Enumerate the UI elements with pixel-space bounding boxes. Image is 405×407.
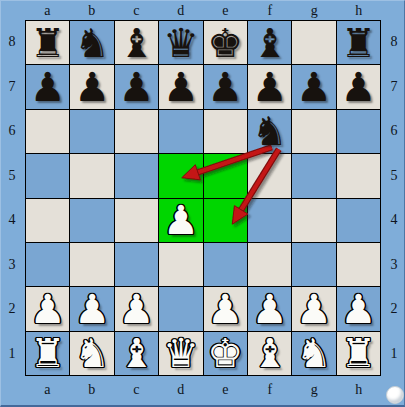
square-d3[interactable] [159, 243, 202, 286]
file-label-e: e [203, 382, 248, 398]
square-e8[interactable]: ♚ [204, 21, 247, 64]
file-label-e: e [203, 3, 248, 19]
piece-white-pawn-a2[interactable]: ♟ [26, 287, 69, 330]
square-f8[interactable]: ♝ [248, 21, 291, 64]
square-f4[interactable] [248, 199, 291, 242]
piece-white-knight-g1[interactable]: ♞ [292, 332, 335, 375]
square-b7[interactable]: ♟ [70, 65, 113, 108]
piece-white-bishop-c1[interactable]: ♝ [115, 332, 158, 375]
rank-label-8: 8 [382, 20, 405, 65]
piece-black-bishop-f8[interactable]: ♝ [248, 21, 291, 64]
square-c4[interactable] [115, 199, 158, 242]
rank-label-3: 3 [1, 243, 23, 288]
piece-white-king-e1[interactable]: ♚ [204, 332, 247, 375]
square-h2[interactable]: ♟ [337, 287, 380, 330]
file-label-h: h [337, 3, 382, 19]
piece-black-pawn-a7[interactable]: ♟ [26, 65, 69, 108]
piece-white-pawn-b2[interactable]: ♟ [70, 287, 113, 330]
piece-black-pawn-f7[interactable]: ♟ [248, 65, 291, 108]
square-d2[interactable] [159, 287, 202, 330]
rank-label-4: 4 [382, 198, 405, 243]
piece-white-rook-h1[interactable]: ♜ [337, 332, 380, 375]
square-f7[interactable]: ♟ [248, 65, 291, 108]
square-c8[interactable]: ♝ [115, 21, 158, 64]
rank-labels-right: 87654321 [382, 20, 405, 376]
rank-label-6: 6 [382, 109, 405, 154]
square-e2[interactable]: ♟ [204, 287, 247, 330]
square-e7[interactable]: ♟ [204, 65, 247, 108]
piece-white-rook-a1[interactable]: ♜ [26, 332, 69, 375]
square-g8[interactable] [292, 21, 335, 64]
square-f3[interactable] [248, 243, 291, 286]
piece-black-pawn-g7[interactable]: ♟ [292, 65, 335, 108]
square-c6[interactable] [115, 110, 158, 153]
square-b6[interactable] [70, 110, 113, 153]
file-label-b: b [70, 382, 115, 398]
square-a8[interactable]: ♜ [26, 21, 69, 64]
rank-label-5: 5 [1, 154, 23, 199]
file-label-d: d [159, 3, 204, 19]
file-label-b: b [70, 3, 115, 19]
square-b5[interactable] [70, 154, 113, 197]
piece-black-rook-a8[interactable]: ♜ [26, 21, 69, 64]
square-d1[interactable]: ♛ [159, 332, 202, 375]
square-g4[interactable] [292, 199, 335, 242]
piece-black-pawn-c7[interactable]: ♟ [115, 65, 158, 108]
square-g2[interactable]: ♟ [292, 287, 335, 330]
piece-black-king-e8[interactable]: ♚ [204, 21, 247, 64]
square-e1[interactable]: ♚ [204, 332, 247, 375]
piece-white-pawn-c2[interactable]: ♟ [115, 287, 158, 330]
rank-label-1: 1 [1, 332, 23, 377]
rank-label-5: 5 [382, 154, 405, 199]
corner-dot-icon [386, 386, 404, 404]
square-a6[interactable] [26, 110, 69, 153]
square-h6[interactable] [337, 110, 380, 153]
file-labels-bottom: abcdefgh [25, 382, 381, 398]
square-a3[interactable] [26, 243, 69, 286]
square-f6[interactable]: ♞ [248, 110, 291, 153]
square-h3[interactable] [337, 243, 380, 286]
square-h8[interactable]: ♜ [337, 21, 380, 64]
square-a2[interactable]: ♟ [26, 287, 69, 330]
rank-label-7: 7 [1, 65, 23, 110]
piece-black-knight-b8[interactable]: ♞ [70, 21, 113, 64]
piece-white-pawn-d4[interactable]: ♟ [159, 199, 202, 242]
square-b2[interactable]: ♟ [70, 287, 113, 330]
file-label-h: h [337, 382, 382, 398]
file-label-a: a [25, 382, 70, 398]
file-labels-top: abcdefgh [25, 3, 381, 19]
board: ♜♞♝♛♚♝♜♟♟♟♟♟♟♟♟♞♟♟♟♟♟♟♟♟♜♞♝♛♚♝♞♜ [25, 20, 381, 376]
square-c3[interactable] [115, 243, 158, 286]
rank-label-4: 4 [1, 198, 23, 243]
rank-label-8: 8 [1, 20, 23, 65]
piece-white-queen-d1[interactable]: ♛ [159, 332, 202, 375]
square-g1[interactable]: ♞ [292, 332, 335, 375]
piece-black-pawn-b7[interactable]: ♟ [70, 65, 113, 108]
piece-black-bishop-c8[interactable]: ♝ [115, 21, 158, 64]
square-b1[interactable]: ♞ [70, 332, 113, 375]
file-label-a: a [25, 3, 70, 19]
square-b4[interactable] [70, 199, 113, 242]
rank-label-1: 1 [382, 332, 405, 377]
piece-white-pawn-e2[interactable]: ♟ [204, 287, 247, 330]
file-label-d: d [159, 382, 204, 398]
square-a4[interactable] [26, 199, 69, 242]
piece-black-pawn-d7[interactable]: ♟ [159, 65, 202, 108]
file-label-c: c [114, 382, 159, 398]
rank-label-3: 3 [382, 243, 405, 288]
piece-black-pawn-e7[interactable]: ♟ [204, 65, 247, 108]
square-b8[interactable]: ♞ [70, 21, 113, 64]
square-h7[interactable]: ♟ [337, 65, 380, 108]
piece-white-bishop-f1[interactable]: ♝ [248, 332, 291, 375]
piece-white-knight-b1[interactable]: ♞ [70, 332, 113, 375]
file-label-g: g [292, 382, 337, 398]
square-d5[interactable] [159, 154, 202, 197]
square-h4[interactable] [337, 199, 380, 242]
square-h5[interactable] [337, 154, 380, 197]
square-c7[interactable]: ♟ [115, 65, 158, 108]
piece-white-pawn-h2[interactable]: ♟ [337, 287, 380, 330]
square-a5[interactable] [26, 154, 69, 197]
piece-black-pawn-h7[interactable]: ♟ [337, 65, 380, 108]
rank-label-6: 6 [1, 109, 23, 154]
rank-labels-left: 87654321 [1, 20, 23, 376]
square-c2[interactable]: ♟ [115, 287, 158, 330]
square-b3[interactable] [70, 243, 113, 286]
file-label-f: f [248, 3, 293, 19]
file-label-f: f [248, 382, 293, 398]
chess-app-window: abcdefgh 87654321 87654321 abcdefgh ♜♞♝♛… [0, 0, 405, 407]
square-g6[interactable] [292, 110, 335, 153]
file-label-g: g [292, 3, 337, 19]
square-d6[interactable] [159, 110, 202, 153]
square-f2[interactable]: ♟ [248, 287, 291, 330]
square-h1[interactable]: ♜ [337, 332, 380, 375]
file-label-c: c [114, 3, 159, 19]
square-d4[interactable]: ♟ [159, 199, 202, 242]
square-f1[interactable]: ♝ [248, 332, 291, 375]
square-c1[interactable]: ♝ [115, 332, 158, 375]
square-g7[interactable]: ♟ [292, 65, 335, 108]
piece-black-knight-f6[interactable]: ♞ [248, 110, 291, 153]
piece-black-rook-h8[interactable]: ♜ [337, 21, 380, 64]
rank-label-2: 2 [1, 287, 23, 332]
piece-white-pawn-g2[interactable]: ♟ [292, 287, 335, 330]
rank-label-7: 7 [382, 65, 405, 110]
square-c5[interactable] [115, 154, 158, 197]
square-e3[interactable] [204, 243, 247, 286]
square-e6[interactable] [204, 110, 247, 153]
rank-label-2: 2 [382, 287, 405, 332]
square-a1[interactable]: ♜ [26, 332, 69, 375]
square-d8[interactable]: ♛ [159, 21, 202, 64]
piece-white-pawn-f2[interactable]: ♟ [248, 287, 291, 330]
square-e4[interactable] [204, 199, 247, 242]
square-f5[interactable] [248, 154, 291, 197]
square-a7[interactable]: ♟ [26, 65, 69, 108]
piece-black-queen-d8[interactable]: ♛ [159, 21, 202, 64]
square-g3[interactable] [292, 243, 335, 286]
square-e5[interactable] [204, 154, 247, 197]
square-d7[interactable]: ♟ [159, 65, 202, 108]
square-g5[interactable] [292, 154, 335, 197]
